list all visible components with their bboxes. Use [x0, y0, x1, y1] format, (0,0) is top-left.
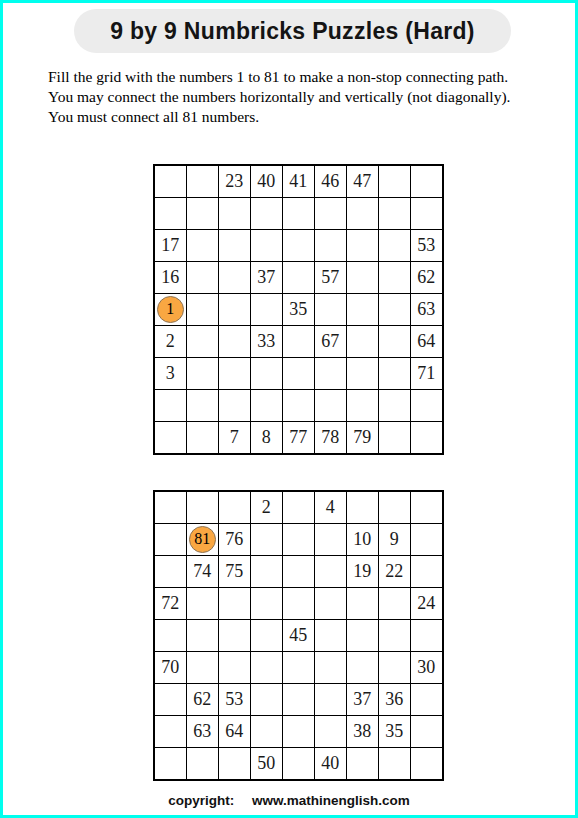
p1-cell-r1c7: 47	[347, 166, 378, 197]
p1-cell-r1c9[interactable]	[411, 166, 442, 197]
p2-cell-r3c7: 19	[347, 556, 378, 587]
p1-cell-r8c8[interactable]	[379, 390, 410, 421]
p1-cell-r8c1[interactable]	[155, 390, 186, 421]
p2-cell-r9c5[interactable]	[283, 748, 314, 779]
p1-cell-r2c9[interactable]	[411, 198, 442, 229]
p2-cell-r5c1[interactable]	[155, 620, 186, 651]
p2-cell-r2c4[interactable]	[251, 524, 282, 555]
p2-cell-r8c9[interactable]	[411, 716, 442, 747]
p1-cell-r8c4[interactable]	[251, 390, 282, 421]
p2-cell-r7c2: 62	[187, 684, 218, 715]
p2-cell-r1c3[interactable]	[219, 492, 250, 523]
p1-cell-r5c4[interactable]	[251, 294, 282, 325]
p2-cell-r3c1[interactable]	[155, 556, 186, 587]
p1-cell-r3c6[interactable]	[315, 230, 346, 261]
p2-cell-r1c6: 4	[315, 492, 346, 523]
page: 9 by 9 Numbricks Puzzles (Hard) Fill the…	[0, 0, 578, 818]
p2-cell-r1c8[interactable]	[379, 492, 410, 523]
p2-cell-r4c4[interactable]	[251, 588, 282, 619]
p2-cell-r4c7[interactable]	[347, 588, 378, 619]
p2-cell-r3c5[interactable]	[283, 556, 314, 587]
p2-cell-r5c5: 45	[283, 620, 314, 651]
p2-cell-r9c9[interactable]	[411, 748, 442, 779]
p1-cell-r1c8[interactable]	[379, 166, 410, 197]
p2-cell-r7c7: 37	[347, 684, 378, 715]
p1-cell-r1c3: 23	[219, 166, 250, 197]
p1-cell-r2c3[interactable]	[219, 198, 250, 229]
p1-cell-r3c7[interactable]	[347, 230, 378, 261]
p1-cell-r4c1: 16	[155, 262, 186, 293]
p2-cell-r9c1[interactable]	[155, 748, 186, 779]
p1-cell-r4c9: 62	[411, 262, 442, 293]
p2-cell-r7c3: 53	[219, 684, 250, 715]
p1-cell-r5c1: 1	[155, 294, 186, 325]
p1-cell-r5c9: 63	[411, 294, 442, 325]
p2-cell-r2c3: 76	[219, 524, 250, 555]
p2-cell-r1c5[interactable]	[283, 492, 314, 523]
p2-cell-r4c5[interactable]	[283, 588, 314, 619]
p1-cell-r2c2[interactable]	[187, 198, 218, 229]
p2-cell-r5c6[interactable]	[315, 620, 346, 651]
p1-cell-r7c8[interactable]	[379, 358, 410, 389]
p2-cell-r7c1[interactable]	[155, 684, 186, 715]
p2-cell-r4c3[interactable]	[219, 588, 250, 619]
p2-cell-r2c7: 10	[347, 524, 378, 555]
site-url: www.mathinenglish.com	[252, 793, 410, 808]
p2-cell-r9c7[interactable]	[347, 748, 378, 779]
p1-cell-r3c2[interactable]	[187, 230, 218, 261]
p1-cell-r2c7[interactable]	[347, 198, 378, 229]
p2-cell-r6c2[interactable]	[187, 652, 218, 683]
p1-cell-r4c5[interactable]	[283, 262, 314, 293]
p2-cell-r2c5[interactable]	[283, 524, 314, 555]
p1-cell-r6c9: 64	[411, 326, 442, 357]
p1-cell-r1c1[interactable]	[155, 166, 186, 197]
p2-cell-r6c3[interactable]	[219, 652, 250, 683]
p1-cell-r5c6[interactable]	[315, 294, 346, 325]
p2-cell-r9c8[interactable]	[379, 748, 410, 779]
numbricks-grid-1: 2340414647175316375762135632336764371787…	[153, 164, 444, 455]
p1-cell-r9c8[interactable]	[379, 422, 410, 453]
p2-cell-r8c6[interactable]	[315, 716, 346, 747]
p2-cell-r9c4: 50	[251, 748, 282, 779]
p1-cell-r2c6[interactable]	[315, 198, 346, 229]
p2-cell-r8c7: 38	[347, 716, 378, 747]
p1-cell-r5c3[interactable]	[219, 294, 250, 325]
p1-cell-r6c2[interactable]	[187, 326, 218, 357]
instruction-line-2: You may connect the numbers horizontally…	[48, 87, 548, 107]
p2-cell-r5c8[interactable]	[379, 620, 410, 651]
p1-cell-r5c2[interactable]	[187, 294, 218, 325]
p2-cell-r8c1[interactable]	[155, 716, 186, 747]
p2-cell-r4c9: 24	[411, 588, 442, 619]
p1-cell-r2c1[interactable]	[155, 198, 186, 229]
p2-cell-r9c2[interactable]	[187, 748, 218, 779]
p2-cell-r5c3[interactable]	[219, 620, 250, 651]
p2-cell-r7c9[interactable]	[411, 684, 442, 715]
p2-cell-r1c9[interactable]	[411, 492, 442, 523]
p2-cell-r9c6: 40	[315, 748, 346, 779]
p1-cell-r4c4: 37	[251, 262, 282, 293]
p2-cell-r8c5[interactable]	[283, 716, 314, 747]
p1-cell-r6c6: 67	[315, 326, 346, 357]
p2-cell-r6c8[interactable]	[379, 652, 410, 683]
p2-cell-r2c9[interactable]	[411, 524, 442, 555]
p1-cell-r2c8[interactable]	[379, 198, 410, 229]
p2-cell-r3c6[interactable]	[315, 556, 346, 587]
circled-start-number: 1	[157, 296, 184, 323]
p1-cell-r5c7[interactable]	[347, 294, 378, 325]
p1-cell-r6c7[interactable]	[347, 326, 378, 357]
p1-cell-r3c1: 17	[155, 230, 186, 261]
p1-cell-r1c6: 46	[315, 166, 346, 197]
circled-start-number: 81	[189, 526, 216, 553]
p1-cell-r4c7[interactable]	[347, 262, 378, 293]
p1-cell-r9c2[interactable]	[187, 422, 218, 453]
p2-cell-r1c4: 2	[251, 492, 282, 523]
p1-cell-r9c4: 8	[251, 422, 282, 453]
p2-cell-r6c9: 30	[411, 652, 442, 683]
p1-cell-r7c7[interactable]	[347, 358, 378, 389]
p2-cell-r9c3[interactable]	[219, 748, 250, 779]
p1-cell-r7c6[interactable]	[315, 358, 346, 389]
p1-cell-r7c5[interactable]	[283, 358, 314, 389]
p1-cell-r9c6: 78	[315, 422, 346, 453]
p2-cell-r3c4[interactable]	[251, 556, 282, 587]
p2-cell-r3c8: 22	[379, 556, 410, 587]
p1-cell-r4c2[interactable]	[187, 262, 218, 293]
p2-cell-r7c8: 36	[379, 684, 410, 715]
p2-cell-r6c1: 70	[155, 652, 186, 683]
p2-cell-r4c2[interactable]	[187, 588, 218, 619]
p1-cell-r8c2[interactable]	[187, 390, 218, 421]
p1-cell-r3c8[interactable]	[379, 230, 410, 261]
p1-cell-r7c2[interactable]	[187, 358, 218, 389]
numbricks-grid-2: 2481761097475192272244570306253373663643…	[153, 490, 444, 781]
p1-cell-r6c8[interactable]	[379, 326, 410, 357]
p2-cell-r2c8: 9	[379, 524, 410, 555]
p2-cell-r8c3: 64	[219, 716, 250, 747]
p1-cell-r6c4: 33	[251, 326, 282, 357]
p2-cell-r2c6[interactable]	[315, 524, 346, 555]
p2-cell-r6c7[interactable]	[347, 652, 378, 683]
p1-cell-r4c6: 57	[315, 262, 346, 293]
p1-cell-r4c3[interactable]	[219, 262, 250, 293]
p2-cell-r7c5[interactable]	[283, 684, 314, 715]
p2-cell-r7c4[interactable]	[251, 684, 282, 715]
p1-cell-r8c9[interactable]	[411, 390, 442, 421]
p1-cell-r5c8[interactable]	[379, 294, 410, 325]
p1-cell-r8c3[interactable]	[219, 390, 250, 421]
p1-cell-r3c3[interactable]	[219, 230, 250, 261]
p1-cell-r1c5: 41	[283, 166, 314, 197]
p1-cell-r2c4[interactable]	[251, 198, 282, 229]
p2-cell-r3c3: 75	[219, 556, 250, 587]
p2-cell-r1c1[interactable]	[155, 492, 186, 523]
p2-cell-r4c1: 72	[155, 588, 186, 619]
p2-cell-r3c2: 74	[187, 556, 218, 587]
p1-cell-r8c5[interactable]	[283, 390, 314, 421]
p2-cell-r6c5[interactable]	[283, 652, 314, 683]
p1-cell-r6c3[interactable]	[219, 326, 250, 357]
p2-cell-r6c6[interactable]	[315, 652, 346, 683]
p2-cell-r4c6[interactable]	[315, 588, 346, 619]
p1-cell-r1c2[interactable]	[187, 166, 218, 197]
p1-cell-r2c5[interactable]	[283, 198, 314, 229]
p2-cell-r8c8: 35	[379, 716, 410, 747]
p1-cell-r7c9: 71	[411, 358, 442, 389]
p1-cell-r7c1: 3	[155, 358, 186, 389]
p1-cell-r9c1[interactable]	[155, 422, 186, 453]
p2-cell-r2c1[interactable]	[155, 524, 186, 555]
p1-cell-r3c9: 53	[411, 230, 442, 261]
instruction-line-3: You must connect all 81 numbers.	[48, 107, 548, 127]
p2-cell-r5c9[interactable]	[411, 620, 442, 651]
p2-cell-r8c4[interactable]	[251, 716, 282, 747]
footer: copyright: www.mathinenglish.com	[3, 793, 575, 808]
p1-cell-r9c9[interactable]	[411, 422, 442, 453]
p1-cell-r6c5[interactable]	[283, 326, 314, 357]
p1-cell-r7c3[interactable]	[219, 358, 250, 389]
p1-cell-r9c7: 79	[347, 422, 378, 453]
instructions: Fill the grid with the numbers 1 to 81 t…	[48, 67, 548, 127]
p2-cell-r1c7[interactable]	[347, 492, 378, 523]
page-title: 9 by 9 Numbricks Puzzles (Hard)	[110, 18, 475, 45]
p2-cell-r8c2: 63	[187, 716, 218, 747]
p1-cell-r9c3: 7	[219, 422, 250, 453]
p2-cell-r4c8[interactable]	[379, 588, 410, 619]
p2-cell-r5c4[interactable]	[251, 620, 282, 651]
p1-cell-r3c5[interactable]	[283, 230, 314, 261]
p1-cell-r4c8[interactable]	[379, 262, 410, 293]
instruction-line-1: Fill the grid with the numbers 1 to 81 t…	[48, 67, 548, 87]
p1-cell-r8c7[interactable]	[347, 390, 378, 421]
p2-cell-r2c2: 81	[187, 524, 218, 555]
p2-cell-r3c9[interactable]	[411, 556, 442, 587]
p2-cell-r5c7[interactable]	[347, 620, 378, 651]
p1-cell-r5c5: 35	[283, 294, 314, 325]
p2-cell-r1c2[interactable]	[187, 492, 218, 523]
p1-cell-r7c4[interactable]	[251, 358, 282, 389]
p1-cell-r1c4: 40	[251, 166, 282, 197]
p1-cell-r8c6[interactable]	[315, 390, 346, 421]
p2-cell-r7c6[interactable]	[315, 684, 346, 715]
p2-cell-r5c2[interactable]	[187, 620, 218, 651]
copyright-label: copyright:	[168, 793, 234, 808]
page-title-pill: 9 by 9 Numbricks Puzzles (Hard)	[74, 9, 511, 53]
p1-cell-r6c1: 2	[155, 326, 186, 357]
p1-cell-r9c5: 77	[283, 422, 314, 453]
p2-cell-r6c4[interactable]	[251, 652, 282, 683]
p1-cell-r3c4[interactable]	[251, 230, 282, 261]
